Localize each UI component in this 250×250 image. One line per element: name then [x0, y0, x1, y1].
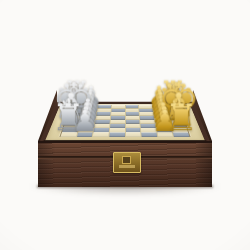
- product-photo-chess-set: Product photo: metal chess set with silv…: [0, 0, 250, 250]
- manopoulos-crest-icon: [122, 156, 131, 164]
- chess-board-3d: ♜♟♟♜♞♟♟♞♝♟♟♝♛♟♟♛♚♟♟♚♝♟♟♝♞♟♟♞♜♟♟♜: [40, 102, 210, 141]
- piece-silver-pawn: ♟: [63, 107, 106, 136]
- pieces-layer: ♜♟♟♜♞♟♟♞♝♟♟♝♛♟♟♛♚♟♟♚♝♟♟♝♞♟♟♞♜♟♟♜: [40, 102, 210, 141]
- piece-gold-rook: ♜: [160, 99, 203, 136]
- brass-clasp: [113, 152, 141, 173]
- brand-plate-text: [119, 165, 135, 168]
